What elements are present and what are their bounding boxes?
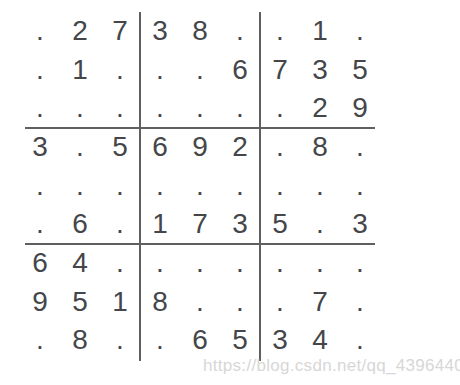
cell-r4c8[interactable]: 8 (300, 128, 340, 167)
cell-r3c9[interactable]: 9 (340, 89, 380, 128)
cell-r8c6[interactable]: . (220, 283, 260, 322)
cell-r9c7[interactable]: 3 (260, 321, 300, 360)
cell-r3c8[interactable]: 2 (300, 89, 340, 128)
cell-r3c6[interactable]: . (220, 89, 260, 128)
cell-r7c7[interactable]: . (260, 244, 300, 283)
cell-r7c6[interactable]: . (220, 244, 260, 283)
cell-r6c8[interactable]: . (300, 205, 340, 244)
cell-r4c5[interactable]: 9 (180, 128, 220, 167)
cell-r3c2[interactable]: . (60, 89, 100, 128)
cell-r9c9[interactable]: . (340, 321, 380, 360)
cell-r7c2[interactable]: 4 (60, 244, 100, 283)
cell-r5c2[interactable]: . (60, 167, 100, 206)
box-divider-vertical-right (259, 12, 261, 361)
cell-r6c5[interactable]: 7 (180, 205, 220, 244)
cell-r5c3[interactable]: . (100, 167, 140, 206)
cell-r6c1[interactable]: . (20, 205, 60, 244)
watermark: https://blog.csdn.net/qq_43964401 (203, 356, 460, 376)
cell-r3c3[interactable]: . (100, 89, 140, 128)
cell-r8c5[interactable]: . (180, 283, 220, 322)
cell-r4c4[interactable]: 6 (140, 128, 180, 167)
cell-r2c6[interactable]: 6 (220, 51, 260, 90)
cell-r1c9[interactable]: . (340, 12, 380, 51)
cell-r5c7[interactable]: . (260, 167, 300, 206)
cell-r1c2[interactable]: 2 (60, 12, 100, 51)
cell-r2c5[interactable]: . (180, 51, 220, 90)
cell-r4c2[interactable]: . (60, 128, 100, 167)
cell-r5c9[interactable]: . (340, 167, 380, 206)
cell-r1c3[interactable]: 7 (100, 12, 140, 51)
cell-r7c1[interactable]: 6 (20, 244, 60, 283)
cell-r4c9[interactable]: . (340, 128, 380, 167)
cell-r9c5[interactable]: 6 (180, 321, 220, 360)
cell-r2c8[interactable]: 3 (300, 51, 340, 90)
cell-r2c4[interactable]: . (140, 51, 180, 90)
cell-r8c3[interactable]: 1 (100, 283, 140, 322)
cell-r9c3[interactable]: . (100, 321, 140, 360)
cell-r3c7[interactable]: . (260, 89, 300, 128)
cell-r6c9[interactable]: 3 (340, 205, 380, 244)
cell-r9c8[interactable]: 4 (300, 321, 340, 360)
cell-r7c4[interactable]: . (140, 244, 180, 283)
cell-r1c7[interactable]: . (260, 12, 300, 51)
cell-r8c8[interactable]: 7 (300, 283, 340, 322)
cell-r2c2[interactable]: 1 (60, 51, 100, 90)
cell-r5c4[interactable]: . (140, 167, 180, 206)
cell-r8c7[interactable]: . (260, 283, 300, 322)
cell-r9c2[interactable]: 8 (60, 321, 100, 360)
cell-r5c8[interactable]: . (300, 167, 340, 206)
cell-r1c6[interactable]: . (220, 12, 260, 51)
cell-r4c1[interactable]: 3 (20, 128, 60, 167)
cell-r8c9[interactable]: . (340, 283, 380, 322)
cell-r9c4[interactable]: . (140, 321, 180, 360)
cell-r1c8[interactable]: 1 (300, 12, 340, 51)
cell-r2c7[interactable]: 7 (260, 51, 300, 90)
cell-r1c4[interactable]: 3 (140, 12, 180, 51)
cell-r6c3[interactable]: . (100, 205, 140, 244)
cell-r2c1[interactable]: . (20, 51, 60, 90)
cell-r1c5[interactable]: 8 (180, 12, 220, 51)
box-divider-vertical-left (139, 12, 141, 361)
cell-r1c1[interactable]: . (20, 12, 60, 51)
box-divider-horizontal-bottom (25, 243, 375, 245)
cell-r8c4[interactable]: 8 (140, 283, 180, 322)
cell-r6c6[interactable]: 3 (220, 205, 260, 244)
cell-r2c9[interactable]: 5 (340, 51, 380, 90)
sudoku-diagram: .2738..1..1...6735.......293.5692.8.....… (0, 0, 460, 385)
cell-r3c5[interactable]: . (180, 89, 220, 128)
cell-r2c3[interactable]: . (100, 51, 140, 90)
cell-r6c2[interactable]: 6 (60, 205, 100, 244)
cell-r9c1[interactable]: . (20, 321, 60, 360)
cell-r5c1[interactable]: . (20, 167, 60, 206)
cell-r9c6[interactable]: 5 (220, 321, 260, 360)
cell-r6c7[interactable]: 5 (260, 205, 300, 244)
cell-r4c6[interactable]: 2 (220, 128, 260, 167)
cell-r4c7[interactable]: . (260, 128, 300, 167)
box-divider-horizontal-top (25, 127, 375, 129)
cell-r5c5[interactable]: . (180, 167, 220, 206)
cell-r3c4[interactable]: . (140, 89, 180, 128)
cell-r8c1[interactable]: 9 (20, 283, 60, 322)
sudoku-grid: .2738..1..1...6735.......293.5692.8.....… (20, 12, 380, 360)
cell-r7c5[interactable]: . (180, 244, 220, 283)
cell-r3c1[interactable]: . (20, 89, 60, 128)
cell-r7c3[interactable]: . (100, 244, 140, 283)
cell-r4c3[interactable]: 5 (100, 128, 140, 167)
cell-r6c4[interactable]: 1 (140, 205, 180, 244)
cell-r8c2[interactable]: 5 (60, 283, 100, 322)
cell-r5c6[interactable]: . (220, 167, 260, 206)
cell-r7c9[interactable]: . (340, 244, 380, 283)
cell-r7c8[interactable]: . (300, 244, 340, 283)
